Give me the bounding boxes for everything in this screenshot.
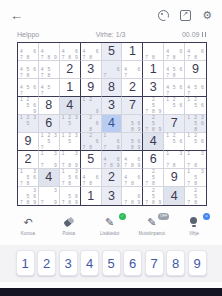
pencil-marks: 46789 [122, 151, 142, 168]
pencil-marks: 46789 [60, 43, 80, 60]
cell-r4c6[interactable]: 7 [122, 97, 143, 115]
toolbar: ↶KumoaPoista✎✓Lisätiedot✎OFFMuistiinpano… [0, 206, 222, 236]
cell-r5c4[interactable]: 268 [81, 115, 102, 133]
pencil-marks: 45678 [18, 61, 38, 78]
digit: 8 [108, 81, 115, 94]
cell-r5c7[interactable]: 25789 [143, 115, 164, 133]
pencil-marks: 1235 [18, 115, 38, 132]
numpad-strip: 123456789 [0, 245, 222, 282]
pencil-marks: 4678 [18, 43, 38, 60]
undo-icon: ↶ [23, 216, 32, 228]
cell-r9c4[interactable]: 1 [81, 187, 102, 205]
erase-button[interactable]: Poista [57, 216, 81, 236]
digit: 6 [45, 117, 52, 130]
digit: 4 [108, 117, 115, 130]
hint-button[interactable]: ∞Vihje [182, 216, 206, 236]
cell-r8c1[interactable]: 135678 [18, 169, 39, 187]
cell-r3c8[interactable]: 4567 [164, 79, 185, 97]
pencil-marks: 25789 [143, 187, 163, 205]
cell-r8c7[interactable]: 2578 [143, 169, 164, 187]
pencil-marks: 2578 [143, 169, 163, 186]
smart-notes-label: Lisätiedot [100, 231, 119, 236]
share-icon[interactable] [180, 10, 191, 21]
pencil-marks: 4678 [81, 169, 101, 186]
cell-r8c8[interactable]: 9 [164, 169, 185, 187]
cell-r4c4[interactable]: 129 [81, 97, 102, 115]
cell-r5c3[interactable]: 1235 [60, 115, 81, 133]
cell-r7c3[interactable]: 13789 [60, 151, 81, 169]
pencil-marks: 356789 [18, 187, 38, 205]
pencil-marks: 13578 [185, 169, 206, 186]
digit: 1 [87, 190, 94, 203]
cell-r7c5[interactable]: 46789 [102, 151, 123, 169]
numpad-9[interactable]: 9 [188, 250, 207, 276]
pencil-marks: 4678 [164, 43, 184, 60]
numpad-3[interactable]: 3 [59, 250, 78, 276]
pencil-marks: 6789 [122, 187, 142, 205]
digit: 2 [108, 171, 115, 184]
cell-r5c5[interactable]: 4 [102, 115, 123, 133]
digit: 9 [24, 135, 31, 148]
pencil-marks: 4567 [164, 79, 184, 96]
pencil-marks: 13789 [60, 151, 80, 168]
numpad-8[interactable]: 8 [166, 250, 185, 276]
pencil-marks: 5689 [122, 115, 142, 132]
cell-r1c4[interactable]: 4678 [81, 43, 102, 61]
cell-r7c2[interactable]: 1379 [39, 151, 60, 169]
sudoku-board: 4678478946789467851784678467845678457823… [17, 42, 207, 206]
cell-r3c6[interactable]: 2 [122, 79, 143, 97]
cell-r8c6[interactable]: 4678 [122, 169, 143, 187]
cell-r6c7[interactable]: 4 [143, 133, 164, 151]
cell-r4c3[interactable]: 4 [60, 97, 81, 115]
back-button[interactable]: ← [10, 9, 23, 22]
undo-button[interactable]: ↶Kumoa [16, 216, 40, 236]
cell-r6c2[interactable]: 12357 [39, 133, 60, 151]
cell-r9c1[interactable]: 356789 [18, 187, 39, 205]
cell-r9c2[interactable]: 379 [39, 187, 60, 205]
cell-r1c5[interactable]: 5 [102, 43, 123, 61]
digit: 2 [24, 153, 31, 166]
pencil-marks: 1378 [185, 151, 206, 168]
pencil-marks: 4678 [81, 43, 101, 60]
cell-r4c9[interactable]: 1256 [185, 97, 206, 115]
pencil-marks: 467 [122, 61, 142, 78]
cell-r4c7[interactable]: 25789 [143, 97, 164, 115]
pencil-marks: 45678 [164, 61, 184, 78]
pencil-marks: 1256 [164, 97, 184, 114]
cell-r3c1[interactable]: 4567 [18, 79, 39, 97]
pencil-marks: 268 [81, 115, 101, 132]
pencil-icon: ✎ [105, 216, 114, 228]
digit: 3 [150, 81, 157, 94]
numpad-6[interactable]: 6 [123, 250, 142, 276]
cell-r5c8[interactable]: 7 [164, 115, 185, 133]
pencil-marks: 12357 [39, 133, 59, 150]
digit: 8 [45, 99, 52, 112]
difficulty-label: Helppo [17, 31, 39, 38]
hint-badge: ∞ [203, 213, 210, 220]
pencil-marks: 2578 [185, 187, 206, 205]
numpad-7[interactable]: 7 [145, 250, 164, 276]
pencil-marks: 1379 [39, 151, 59, 168]
cell-r1c9[interactable]: 4678 [185, 43, 206, 61]
smart-notes-button[interactable]: ✎✓Lisätiedot [98, 216, 122, 236]
pencil-marks: 46789 [102, 151, 122, 168]
pencil-marks: 379 [39, 187, 59, 205]
cell-r6c4[interactable]: 2678 [81, 133, 102, 151]
numpad: 123456789 [0, 250, 222, 276]
pencil-marks: 4567 [18, 79, 38, 96]
digit: 4 [150, 135, 157, 148]
pencil-marks: 1378 [164, 151, 184, 168]
cell-r3c3[interactable]: 1 [60, 79, 81, 97]
cell-r6c8[interactable]: 1256 [164, 133, 185, 151]
digit: 1 [150, 63, 157, 76]
digit: 2 [66, 63, 73, 76]
cell-r9c7[interactable]: 25789 [143, 187, 164, 205]
undo-label: Kumoa [21, 231, 35, 236]
digit: 3 [108, 99, 115, 112]
palette-icon[interactable] [158, 10, 169, 21]
pencil-marks: 4678 [185, 43, 206, 60]
digit: 6 [150, 153, 157, 166]
digit: 7 [129, 99, 136, 112]
pencil-marks: 1235 [60, 133, 80, 150]
hint-label: Vihje [189, 231, 199, 236]
cell-r6c1[interactable]: 9 [18, 133, 39, 151]
top-bar: ← ⚙ [0, 0, 222, 24]
cell-r7c7[interactable]: 6 [143, 151, 164, 169]
notes-badge: OFF [158, 213, 169, 220]
erase-label: Poista [63, 231, 76, 236]
cell-r2c8[interactable]: 45678 [164, 61, 185, 79]
cell-r5c1[interactable]: 1235 [18, 115, 39, 133]
cell-r5c6[interactable]: 5689 [122, 115, 143, 133]
cell-r2c5[interactable]: 67 [102, 61, 123, 79]
settings-icon[interactable]: ⚙ [202, 10, 212, 21]
digit: 4 [171, 190, 178, 203]
pencil-marks: 1679 [102, 133, 122, 150]
pencil-marks: 135678 [18, 169, 38, 186]
digit: 4 [66, 99, 73, 112]
timer-value: 00.09 [182, 31, 200, 38]
numpad-5[interactable]: 5 [102, 250, 121, 276]
cell-r1c7[interactable]: 78 [143, 43, 164, 61]
pencil-marks: 2678 [81, 133, 101, 150]
pencil-marks: 4567 [185, 79, 206, 96]
pencil-marks: 1256 [185, 133, 206, 150]
cell-r9c3[interactable]: 56789 [60, 187, 81, 205]
notes-label: Muistiinpanot [139, 231, 166, 236]
pencil-marks: 12569 [18, 97, 38, 114]
android-nav-bar [0, 288, 222, 296]
cell-r8c4[interactable]: 4678 [81, 169, 102, 187]
cell-r2c7[interactable]: 1 [143, 61, 164, 79]
cell-r3c9[interactable]: 4567 [185, 79, 206, 97]
cell-r7c1[interactable]: 2 [18, 151, 39, 169]
pencil-marks: 135678 [60, 169, 80, 186]
cell-r7c6[interactable]: 46789 [122, 151, 143, 169]
cell-r3c2[interactable]: 457 [39, 79, 60, 97]
cell-r2c1[interactable]: 45678 [18, 61, 39, 79]
cell-r6c5[interactable]: 1679 [102, 133, 123, 151]
cell-r7c9[interactable]: 1378 [185, 151, 206, 169]
cell-r4c1[interactable]: 12569 [18, 97, 39, 115]
pencil-marks: 25789 [143, 115, 163, 132]
cell-r1c1[interactable]: 4678 [18, 43, 39, 61]
cell-r9c5[interactable]: 3 [102, 187, 123, 205]
digit: 3 [87, 63, 94, 76]
cell-r8c9[interactable]: 13578 [185, 169, 206, 187]
digit: 3 [108, 190, 115, 203]
numpad-4[interactable]: 4 [80, 250, 99, 276]
cell-r5c9[interactable]: 123568 [185, 115, 206, 133]
numpad-1[interactable]: 1 [16, 250, 35, 276]
game-status-bar: Helppo Virhe: 1/3 00.09 [17, 31, 206, 38]
pencil-marks: 5689 [122, 133, 142, 150]
cell-r5c2[interactable]: 6 [39, 115, 60, 133]
digit: 9 [87, 81, 94, 94]
pause-icon[interactable] [202, 32, 207, 37]
bulb-icon [190, 216, 197, 228]
pencil-marks: 4789 [39, 43, 59, 60]
pencil-marks: 1256 [185, 97, 206, 114]
cell-r9c6[interactable]: 6789 [122, 187, 143, 205]
digit: 2 [129, 81, 136, 94]
cell-r8c5[interactable]: 2 [102, 169, 123, 187]
mistakes-counter: Virhe: 1/3 [96, 31, 126, 38]
cell-r6c3[interactable]: 1235 [60, 133, 81, 151]
cell-r1c2[interactable]: 4789 [39, 43, 60, 61]
cell-r1c6[interactable]: 1 [122, 43, 143, 61]
cell-r2c9[interactable]: 9 [185, 61, 206, 79]
cell-r3c4[interactable]: 9 [81, 79, 102, 97]
pencil-icon: ✎ [147, 216, 156, 228]
pencil-marks: 123568 [185, 115, 206, 132]
pencil-marks: 1235 [60, 115, 80, 132]
cell-r1c3[interactable]: 46789 [60, 43, 81, 61]
top-bar-actions: ⚙ [158, 10, 212, 21]
cell-r4c5[interactable]: 3 [102, 97, 123, 115]
cell-r6c6[interactable]: 5689 [122, 133, 143, 151]
pencil-marks: 67 [102, 61, 122, 78]
cell-r7c8[interactable]: 1378 [164, 151, 185, 169]
cell-r2c4[interactable]: 3 [81, 61, 102, 79]
digit: 5 [108, 45, 115, 58]
cell-r2c2[interactable]: 4578 [39, 61, 60, 79]
cell-r3c5[interactable]: 8 [102, 79, 123, 97]
cell-r4c8[interactable]: 1256 [164, 97, 185, 115]
digit: 1 [66, 81, 73, 94]
cell-r1c8[interactable]: 4678 [164, 43, 185, 61]
pencil-marks: 25789 [143, 97, 163, 114]
digit: 5 [87, 153, 94, 166]
cell-r8c2[interactable]: 4 [39, 169, 60, 187]
eraser-icon [64, 216, 74, 228]
digit: 9 [171, 171, 178, 184]
digit: 9 [192, 63, 199, 76]
digit: 1 [129, 45, 136, 58]
digit: 7 [171, 117, 178, 130]
pencil-marks: 457 [39, 79, 59, 96]
cell-r2c3[interactable]: 2 [60, 61, 81, 79]
cell-r3c7[interactable]: 3 [143, 79, 164, 97]
pencil-marks: 78 [143, 43, 163, 60]
cell-r2c6[interactable]: 467 [122, 61, 143, 79]
cell-r4c2[interactable]: 8 [39, 97, 60, 115]
pencil-marks: 56789 [60, 187, 80, 205]
cell-r6c9[interactable]: 1256 [185, 133, 206, 151]
cell-r7c4[interactable]: 5 [81, 151, 102, 169]
numpad-2[interactable]: 2 [37, 250, 56, 276]
timer: 00.09 [182, 31, 206, 38]
pencil-marks: 4578 [39, 61, 59, 78]
pencil-marks: 4678 [122, 169, 142, 186]
pencil-marks: 1256 [164, 133, 184, 150]
cell-r8c3[interactable]: 135678 [60, 169, 81, 187]
notes-button[interactable]: ✎OFFMuistiinpanot [139, 216, 166, 236]
smart-notes-badge: ✓ [119, 213, 126, 220]
cell-r9c9[interactable]: 2578 [185, 187, 206, 205]
cell-r9c8[interactable]: 4 [164, 187, 185, 205]
pencil-marks: 129 [81, 97, 101, 114]
digit: 4 [45, 171, 52, 184]
